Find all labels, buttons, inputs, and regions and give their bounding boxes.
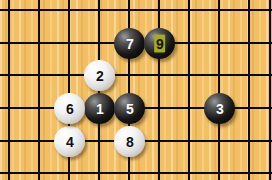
move-number: 7 xyxy=(126,37,134,51)
move-number: 5 xyxy=(126,102,134,116)
stone-3-black: 3 xyxy=(204,93,235,124)
stones-layer: 123456789 xyxy=(0,0,272,180)
stone-6-white: 6 xyxy=(54,93,85,124)
move-number: 3 xyxy=(216,102,224,116)
move-number: 1 xyxy=(96,102,104,116)
go-board[interactable]: 123456789 xyxy=(0,0,272,180)
stone-4-white: 4 xyxy=(54,126,85,157)
stone-8-white: 8 xyxy=(114,126,145,157)
stone-2-white: 2 xyxy=(84,60,115,91)
stone-7-black: 7 xyxy=(114,28,145,59)
stone-5-black: 5 xyxy=(114,93,145,124)
stone-1-black: 1 xyxy=(84,93,115,124)
move-number: 4 xyxy=(66,135,74,149)
move-number: 2 xyxy=(96,69,104,83)
move-number: 6 xyxy=(66,102,74,116)
stone-9-black: 9 xyxy=(144,28,175,59)
move-number: 8 xyxy=(126,135,134,149)
go-diagram: 123456789 xyxy=(0,0,272,180)
move-number: 9 xyxy=(156,37,164,51)
